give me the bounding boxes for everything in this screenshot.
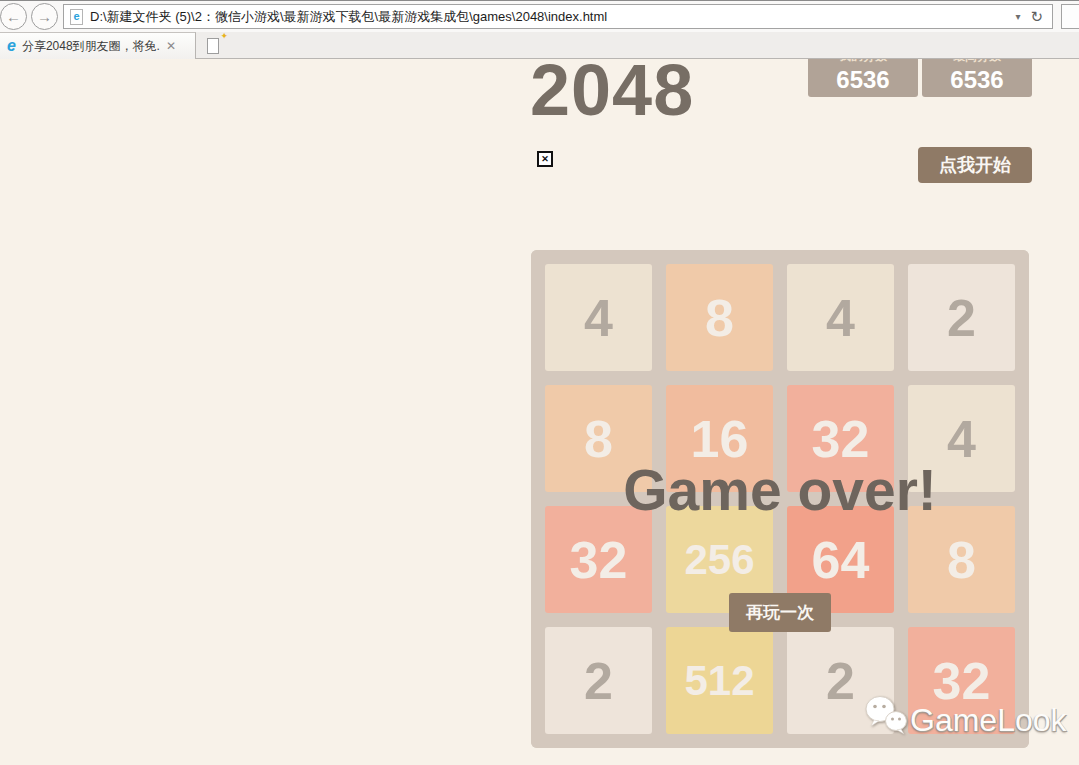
tab-title[interactable]: 分享2048到朋友圈，将免... [22, 38, 160, 55]
refresh-icon[interactable]: ↻ [1030, 8, 1052, 26]
address-bar-stub [1061, 4, 1079, 29]
watermark: GameLook [864, 694, 1067, 739]
score-value-best: 6536 [922, 66, 1032, 94]
page-content: 2048 我的分数 6536 最高分数 6536 ✕ 点我开始 48428163… [0, 0, 1079, 765]
page-title: 2048 [530, 54, 694, 126]
address-dropdown-icon[interactable]: ▾ [1009, 11, 1030, 22]
game-over-message: Game over! [531, 462, 1029, 519]
new-tab-page-icon [207, 38, 219, 54]
browser-chrome: ← → e D:\新建文件夹 (5)\2：微信小游戏\最新游戏下载包\最新游戏集… [0, 0, 1079, 58]
address-field[interactable]: e D:\新建文件夹 (5)\2：微信小游戏\最新游戏下载包\最新游戏集成包\g… [63, 4, 1053, 29]
forward-button[interactable]: → [31, 3, 58, 30]
tab-bar: e 分享2048到朋友圈，将免... ✕ ✦ [0, 32, 1079, 59]
watermark-text: GameLook [910, 702, 1067, 739]
new-tab-button[interactable]: ✦ [202, 36, 224, 55]
replay-button[interactable]: 再玩一次 [729, 593, 831, 632]
broken-image-icon: ✕ [537, 151, 553, 167]
new-tab-spark-icon: ✦ [220, 31, 228, 41]
tab-close-icon[interactable]: ✕ [162, 37, 180, 55]
start-game-button[interactable]: 点我开始 [918, 147, 1032, 183]
score-value-current: 6536 [808, 66, 918, 94]
address-bar-row: ← → e D:\新建文件夹 (5)\2：微信小游戏\最新游戏下载包\最新游戏集… [0, 1, 1079, 32]
ie-logo-icon: e [7, 38, 16, 54]
back-button[interactable]: ← [0, 3, 27, 30]
wechat-icon [864, 694, 908, 736]
address-text[interactable]: D:\新建文件夹 (5)\2：微信小游戏\最新游戏下载包\最新游戏集成包\gam… [90, 8, 1009, 26]
tab-2048[interactable]: e 分享2048到朋友圈，将免... ✕ [0, 32, 196, 59]
game-board: 4842816324322566482512232 Game over! 再玩一… [531, 250, 1029, 748]
page-favicon-icon: e [70, 9, 83, 25]
